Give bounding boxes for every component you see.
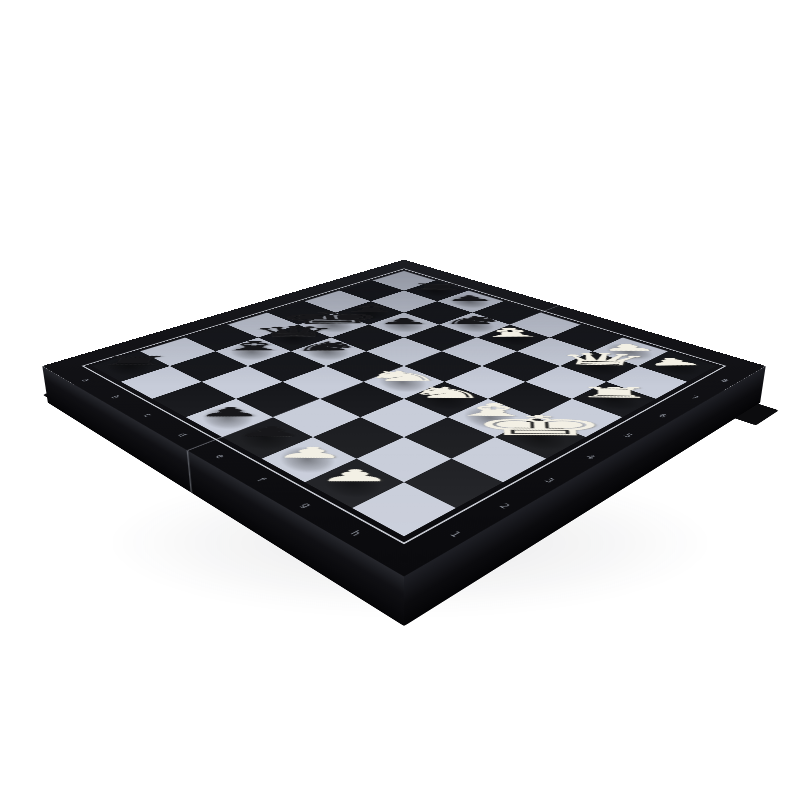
knight-glyph: ♞	[408, 315, 541, 326]
square-h5[interactable]	[535, 399, 622, 437]
square-e1[interactable]	[222, 417, 313, 459]
square-h3[interactable]	[451, 437, 546, 482]
pawn-glyph: ♟	[408, 294, 533, 301]
square-h2[interactable]	[404, 459, 503, 508]
black-pawn-c8[interactable]: ♟	[408, 294, 533, 301]
square-g6[interactable]	[525, 366, 606, 399]
square-b1[interactable]	[121, 366, 202, 399]
rook-glyph: ♜	[375, 282, 497, 291]
square-g1[interactable]	[305, 459, 404, 508]
white-queen-g7[interactable]: ♛	[525, 350, 677, 369]
square-g2[interactable]	[357, 437, 452, 482]
square-h1[interactable]	[352, 482, 456, 536]
square-c1[interactable]	[152, 382, 236, 417]
black-rook-a1[interactable]: ♜	[56, 354, 209, 367]
black-rook-b8[interactable]: ♜	[375, 282, 497, 291]
square-d2[interactable]	[236, 382, 320, 417]
square-g4[interactable]	[448, 399, 535, 437]
black-knight-d7[interactable]: ♞	[408, 315, 541, 326]
queen-glyph: ♛	[226, 324, 364, 339]
knight-glyph: ♞	[256, 339, 400, 353]
product-photo: abcdefgh87654321 ♜♝♛♚♝♞♟♞♜♟♟♟♞♞♝♝♛♚♜♟♟♟♟…	[0, 0, 800, 800]
rook-glyph: ♜	[56, 354, 209, 367]
bishop-glyph: ♝	[441, 326, 583, 339]
square-f3[interactable]	[360, 399, 447, 437]
square-e2[interactable]	[273, 399, 360, 437]
square-h7[interactable]	[606, 366, 687, 399]
square-h4[interactable]	[495, 417, 586, 459]
square-g3[interactable]	[404, 417, 495, 459]
square-d1[interactable]	[186, 399, 273, 437]
square-f2[interactable]	[313, 417, 404, 459]
queen-glyph: ♛	[525, 350, 677, 369]
square-f1[interactable]	[262, 437, 357, 482]
square-c2[interactable]	[202, 366, 283, 399]
black-knight-c4[interactable]: ♞	[256, 339, 400, 353]
black-queen-b4[interactable]: ♛	[226, 324, 364, 339]
white-bishop-e7[interactable]: ♝	[441, 326, 583, 339]
